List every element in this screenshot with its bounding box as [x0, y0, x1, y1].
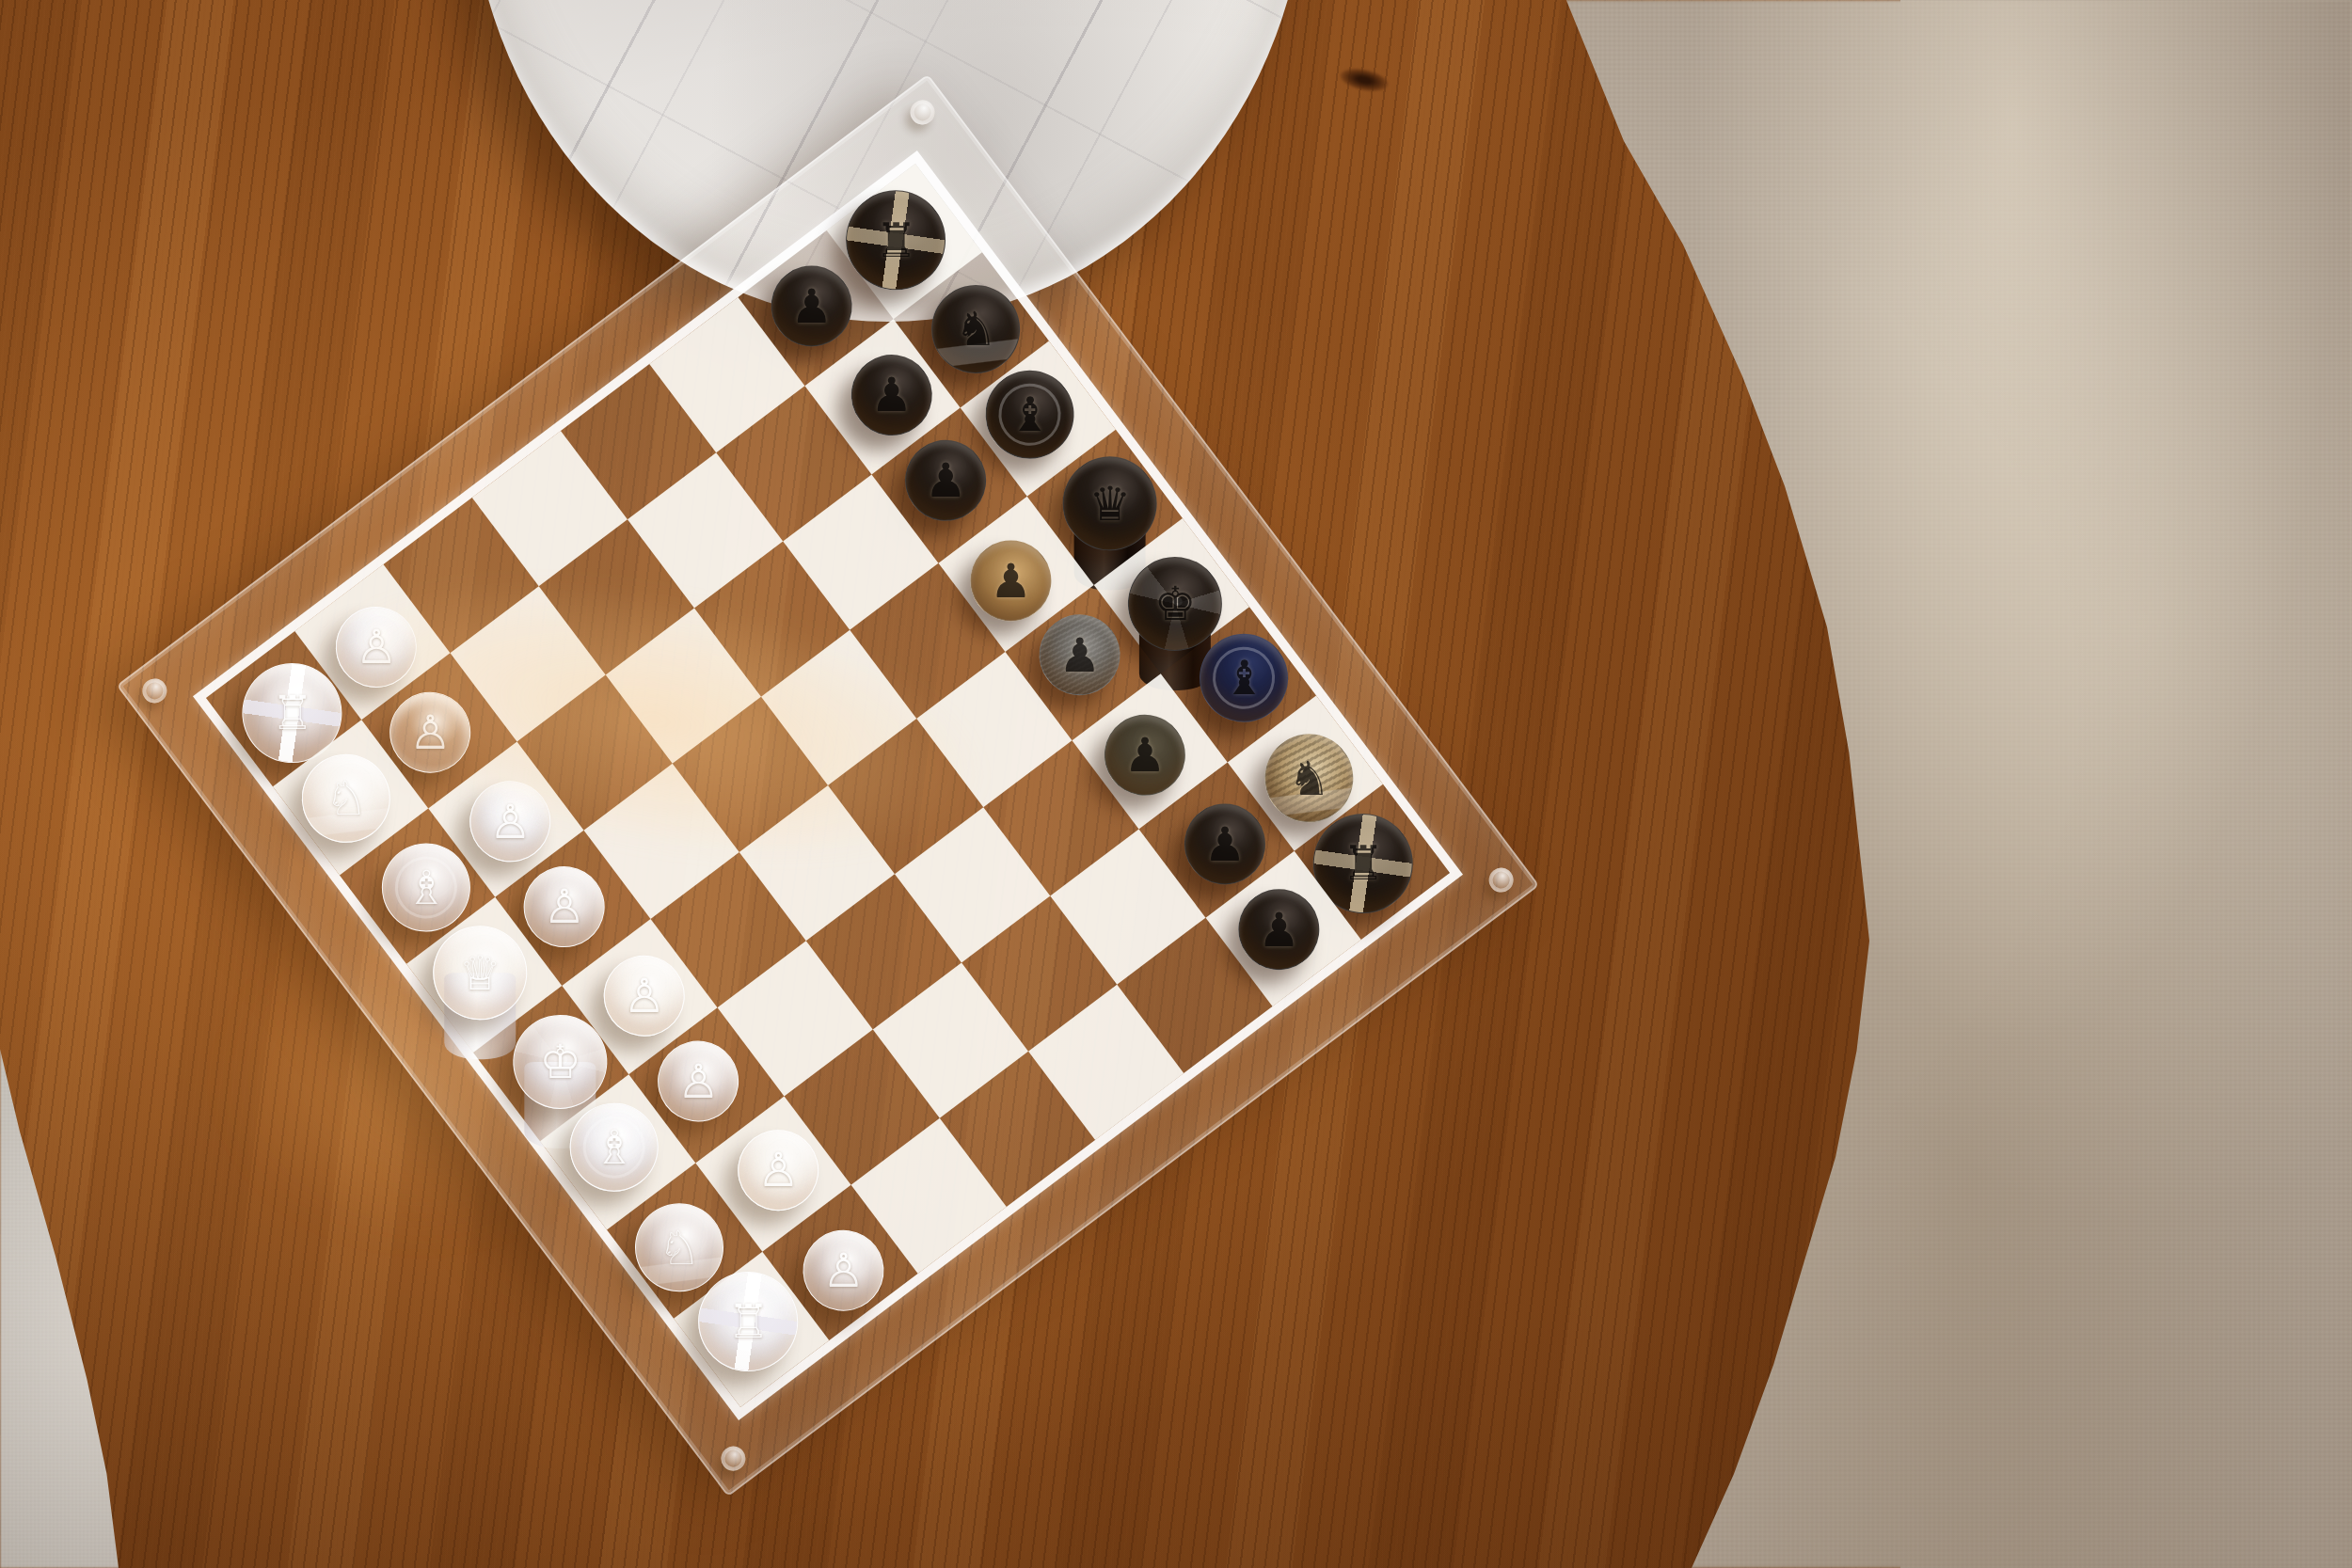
white-pawn-glyph-icon: ♙ — [355, 624, 397, 671]
white-king-glyph-icon: ♔ — [539, 1038, 581, 1085]
black-pawn-glyph-icon: ♟ — [925, 457, 967, 504]
white-pawn-glyph-icon: ♙ — [489, 798, 532, 845]
black-pawn-glyph-icon: ♟ — [870, 372, 913, 419]
white-pawn-glyph-icon: ♙ — [623, 973, 665, 1020]
board-foot-icon — [1484, 863, 1518, 896]
scene-overhead-chess-photo: ♜♞♝♛♚♝♞♜♟♟♟♟♟♟♟♟♙♙♙♙♙♙♙♙♖♘♗♕♔♗♘♖ — [0, 0, 2352, 1568]
black-pawn-glyph-icon: ♟ — [1123, 732, 1166, 779]
black-knight-glyph-icon: ♞ — [955, 306, 997, 353]
white-bishop-glyph-icon: ♗ — [405, 863, 447, 911]
board-foot-icon — [905, 95, 939, 129]
white-pawn-glyph-icon: ♙ — [543, 883, 585, 930]
black-knight-glyph-icon: ♞ — [1288, 754, 1330, 801]
black-king-glyph-icon: ♚ — [1153, 580, 1196, 627]
black-bishop-glyph-icon: ♝ — [1009, 391, 1051, 438]
white-bishop-glyph-icon: ♗ — [593, 1124, 635, 1171]
white-pawn-glyph-icon: ♙ — [677, 1058, 720, 1105]
black-rook-glyph-icon: ♜ — [875, 216, 917, 263]
black-pawn-glyph-icon: ♟ — [990, 557, 1032, 604]
white-rook-glyph-icon: ♖ — [727, 1298, 770, 1345]
board-foot-icon — [716, 1441, 750, 1475]
white-pawn-glyph-icon: ♙ — [822, 1247, 865, 1294]
black-pawn-glyph-icon: ♟ — [790, 282, 833, 329]
black-queen-glyph-icon: ♛ — [1089, 480, 1131, 527]
black-pawn-glyph-icon: ♟ — [1204, 820, 1247, 867]
white-pawn-glyph-icon: ♙ — [409, 709, 452, 756]
white-knight-glyph-icon: ♘ — [325, 775, 367, 822]
piece-top-face: ♟ — [1023, 598, 1136, 711]
white-rook-glyph-icon: ♖ — [271, 689, 313, 736]
black-pawn-glyph-icon: ♟ — [1058, 631, 1101, 678]
board-foot-icon — [137, 673, 171, 707]
black-bishop-glyph-icon: ♝ — [1223, 655, 1265, 702]
white-queen-glyph-icon: ♕ — [459, 949, 501, 996]
black-rook-glyph-icon: ♜ — [1342, 840, 1384, 887]
black-pawn-glyph-icon: ♟ — [1258, 906, 1300, 953]
white-knight-glyph-icon: ♘ — [659, 1224, 701, 1271]
white-pawn-glyph-icon: ♙ — [757, 1147, 800, 1194]
